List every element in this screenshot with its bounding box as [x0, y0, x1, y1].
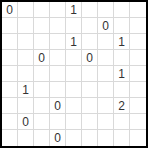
grid-cell[interactable] — [130, 50, 146, 66]
grid-cell[interactable] — [34, 98, 50, 114]
grid-cell[interactable] — [34, 114, 50, 130]
grid-cell[interactable] — [2, 66, 18, 82]
grid-cell[interactable] — [82, 2, 98, 18]
grid-cell[interactable] — [66, 66, 82, 82]
clue-number: 1 — [118, 68, 125, 80]
grid-cell[interactable] — [2, 114, 18, 130]
clue-number: 1 — [70, 4, 77, 16]
grid-cell[interactable] — [66, 50, 82, 66]
grid-cell[interactable] — [34, 130, 50, 146]
grid-cell[interactable] — [50, 2, 66, 18]
grid-cell[interactable]: 0 — [2, 2, 18, 18]
grid-cell[interactable] — [98, 66, 114, 82]
grid-cell[interactable] — [82, 130, 98, 146]
grid-cell[interactable] — [130, 18, 146, 34]
grid-cell[interactable] — [114, 130, 130, 146]
grid-cell[interactable] — [98, 98, 114, 114]
grid-cell[interactable] — [2, 50, 18, 66]
grid-cell[interactable] — [34, 18, 50, 34]
grid-cell[interactable] — [114, 50, 130, 66]
grid-cell[interactable]: 0 — [34, 50, 50, 66]
grid-cell[interactable] — [50, 82, 66, 98]
grid-cell[interactable] — [66, 130, 82, 146]
grid-cell[interactable]: 0 — [50, 98, 66, 114]
grid-cell[interactable]: 0 — [18, 114, 34, 130]
grid-cell[interactable] — [82, 34, 98, 50]
grid-cell[interactable] — [98, 82, 114, 98]
grid-cell[interactable] — [50, 114, 66, 130]
grid-cell[interactable] — [2, 130, 18, 146]
grid-cell[interactable]: 0 — [50, 130, 66, 146]
grid-cell[interactable] — [18, 98, 34, 114]
grid-cell[interactable]: 1 — [66, 34, 82, 50]
grid-cell[interactable] — [98, 2, 114, 18]
grid-cell[interactable] — [66, 18, 82, 34]
grid-cell[interactable] — [2, 18, 18, 34]
grid-cell[interactable]: 1 — [66, 2, 82, 18]
grid-cell[interactable] — [82, 114, 98, 130]
clue-number: 0 — [6, 4, 13, 16]
grid-cell[interactable] — [130, 114, 146, 130]
clue-number: 2 — [118, 100, 125, 112]
grid-cell[interactable] — [114, 82, 130, 98]
grid-cell[interactable]: 2 — [114, 98, 130, 114]
grid-cell[interactable] — [18, 50, 34, 66]
grid-cell[interactable] — [34, 66, 50, 82]
grid-cell[interactable]: 1 — [114, 34, 130, 50]
grid-cell[interactable] — [130, 2, 146, 18]
grid-cell[interactable]: 1 — [114, 66, 130, 82]
grid-cell[interactable] — [18, 18, 34, 34]
grid-cell[interactable] — [82, 98, 98, 114]
clue-number: 0 — [54, 100, 61, 112]
grid-cell[interactable] — [130, 98, 146, 114]
grid-cell[interactable] — [82, 82, 98, 98]
grid-cell[interactable] — [130, 34, 146, 50]
grid-cell[interactable]: 0 — [98, 18, 114, 34]
grid-cell[interactable] — [130, 66, 146, 82]
grid-cell[interactable] — [98, 34, 114, 50]
grid-cell[interactable] — [2, 82, 18, 98]
clue-number: 0 — [102, 20, 109, 32]
grid-cell[interactable] — [66, 98, 82, 114]
clue-number: 0 — [38, 52, 45, 64]
grid-cell[interactable] — [18, 2, 34, 18]
grid-cell[interactable] — [98, 50, 114, 66]
clue-number: 0 — [54, 132, 61, 144]
clue-number: 0 — [86, 52, 93, 64]
grid-cell[interactable] — [66, 82, 82, 98]
grid-cell[interactable]: 1 — [18, 82, 34, 98]
grid-cell[interactable] — [18, 66, 34, 82]
clue-number: 1 — [118, 36, 125, 48]
grid-cell[interactable] — [130, 130, 146, 146]
grid-cell[interactable] — [50, 66, 66, 82]
grid-cell[interactable] — [130, 82, 146, 98]
grid-cell[interactable]: 0 — [82, 50, 98, 66]
grid-cell[interactable] — [82, 66, 98, 82]
slitherlink-board[interactable]: 0101100110200 — [0, 0, 148, 148]
grid-cell[interactable] — [114, 18, 130, 34]
grid-cell[interactable] — [50, 18, 66, 34]
grid-cell[interactable] — [50, 34, 66, 50]
grid-cell[interactable] — [2, 98, 18, 114]
clue-number: 0 — [22, 116, 29, 128]
grid-cell[interactable] — [114, 114, 130, 130]
grid-cell[interactable] — [50, 50, 66, 66]
grid-cell[interactable] — [34, 34, 50, 50]
clue-number: 1 — [22, 84, 29, 96]
grid-cell[interactable] — [66, 114, 82, 130]
grid-cell[interactable] — [34, 2, 50, 18]
clue-number: 1 — [70, 36, 77, 48]
grid-cell[interactable] — [2, 34, 18, 50]
grid-cell[interactable] — [98, 130, 114, 146]
grid-cell[interactable] — [18, 34, 34, 50]
grid-cell[interactable] — [114, 2, 130, 18]
grid-cell[interactable] — [18, 130, 34, 146]
grid-cell[interactable] — [34, 82, 50, 98]
grid-cell[interactable] — [98, 114, 114, 130]
grid-cell[interactable] — [82, 18, 98, 34]
